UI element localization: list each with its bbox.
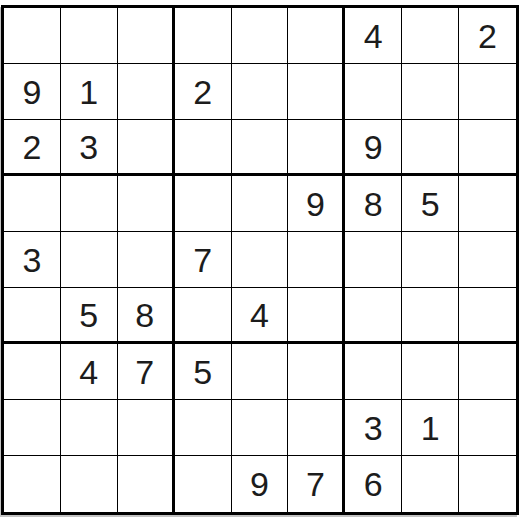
cell-r9c8[interactable] — [402, 456, 459, 512]
cell-r1c7[interactable]: 4 — [345, 8, 402, 64]
cell-r8c7[interactable]: 3 — [345, 400, 402, 456]
cell-r4c4[interactable] — [175, 176, 232, 232]
cell-r8c2[interactable] — [61, 400, 118, 456]
cell-r9c7[interactable]: 6 — [345, 456, 402, 512]
cell-r5c6[interactable] — [288, 232, 345, 288]
cell-r8c1[interactable] — [4, 400, 61, 456]
cell-r5c5[interactable] — [232, 232, 289, 288]
cell-r8c6[interactable] — [288, 400, 345, 456]
cell-r9c2[interactable] — [61, 456, 118, 512]
cell-r5c8[interactable] — [402, 232, 459, 288]
cell-r2c5[interactable] — [232, 64, 289, 120]
cell-r7c5[interactable] — [232, 344, 289, 400]
cell-r9c4[interactable] — [175, 456, 232, 512]
cell-r6c9[interactable] — [459, 288, 516, 344]
cell-r1c4[interactable] — [175, 8, 232, 64]
cell-r8c9[interactable] — [459, 400, 516, 456]
cell-r7c1[interactable] — [4, 344, 61, 400]
cell-r8c5[interactable] — [232, 400, 289, 456]
cell-r3c5[interactable] — [232, 120, 289, 176]
cell-r6c7[interactable] — [345, 288, 402, 344]
cell-r4c3[interactable] — [118, 176, 175, 232]
cell-r2c6[interactable] — [288, 64, 345, 120]
cell-r1c5[interactable] — [232, 8, 289, 64]
cell-r3c6[interactable] — [288, 120, 345, 176]
cell-r9c6[interactable]: 7 — [288, 456, 345, 512]
cell-r7c4[interactable]: 5 — [175, 344, 232, 400]
cell-r2c9[interactable] — [459, 64, 516, 120]
sudoku-board: 429122399853758447531976 — [1, 5, 519, 515]
cell-r5c1[interactable]: 3 — [4, 232, 61, 288]
cell-r3c1[interactable]: 2 — [4, 120, 61, 176]
cell-r1c6[interactable] — [288, 8, 345, 64]
cell-r3c7[interactable]: 9 — [345, 120, 402, 176]
cell-r5c9[interactable] — [459, 232, 516, 288]
cell-r2c2[interactable]: 1 — [61, 64, 118, 120]
cell-r7c2[interactable]: 4 — [61, 344, 118, 400]
cell-r2c3[interactable] — [118, 64, 175, 120]
cell-r7c7[interactable] — [345, 344, 402, 400]
cell-r3c2[interactable]: 3 — [61, 120, 118, 176]
cell-r9c1[interactable] — [4, 456, 61, 512]
cell-r5c4[interactable]: 7 — [175, 232, 232, 288]
cell-r9c3[interactable] — [118, 456, 175, 512]
cell-r8c4[interactable] — [175, 400, 232, 456]
cell-r6c5[interactable]: 4 — [232, 288, 289, 344]
cell-r5c2[interactable] — [61, 232, 118, 288]
cell-r6c1[interactable] — [4, 288, 61, 344]
cell-r9c5[interactable]: 9 — [232, 456, 289, 512]
cell-r2c4[interactable]: 2 — [175, 64, 232, 120]
cell-r1c1[interactable] — [4, 8, 61, 64]
cell-r2c7[interactable] — [345, 64, 402, 120]
cell-r2c1[interactable]: 9 — [4, 64, 61, 120]
cell-r1c9[interactable]: 2 — [459, 8, 516, 64]
cell-r4c9[interactable] — [459, 176, 516, 232]
cell-r1c8[interactable] — [402, 8, 459, 64]
cell-r4c2[interactable] — [61, 176, 118, 232]
cell-r6c8[interactable] — [402, 288, 459, 344]
cell-r5c3[interactable] — [118, 232, 175, 288]
cell-r3c8[interactable] — [402, 120, 459, 176]
cell-r3c3[interactable] — [118, 120, 175, 176]
cell-r8c3[interactable] — [118, 400, 175, 456]
cell-r8c8[interactable]: 1 — [402, 400, 459, 456]
cell-r9c9[interactable] — [459, 456, 516, 512]
cell-r1c3[interactable] — [118, 8, 175, 64]
cell-r5c7[interactable] — [345, 232, 402, 288]
cell-r6c6[interactable] — [288, 288, 345, 344]
cell-r7c9[interactable] — [459, 344, 516, 400]
cell-r2c8[interactable] — [402, 64, 459, 120]
cell-r1c2[interactable] — [61, 8, 118, 64]
cell-r4c7[interactable]: 8 — [345, 176, 402, 232]
cell-r4c5[interactable] — [232, 176, 289, 232]
cell-r6c2[interactable]: 5 — [61, 288, 118, 344]
cell-r4c8[interactable]: 5 — [402, 176, 459, 232]
cell-r3c9[interactable] — [459, 120, 516, 176]
cell-r7c6[interactable] — [288, 344, 345, 400]
cell-r7c8[interactable] — [402, 344, 459, 400]
cell-r4c1[interactable] — [4, 176, 61, 232]
cell-r7c3[interactable]: 7 — [118, 344, 175, 400]
sudoku-board-container: 429122399853758447531976 — [1, 5, 519, 515]
cell-r6c3[interactable]: 8 — [118, 288, 175, 344]
cell-r6c4[interactable] — [175, 288, 232, 344]
cell-r3c4[interactable] — [175, 120, 232, 176]
cell-r4c6[interactable]: 9 — [288, 176, 345, 232]
